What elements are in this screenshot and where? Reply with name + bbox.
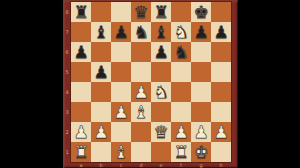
square-d4[interactable]: ♟ xyxy=(131,82,151,102)
square-f6[interactable]: ♞ xyxy=(171,42,191,62)
piece-black-pawn-c7: ♟ xyxy=(111,22,131,42)
square-b8[interactable] xyxy=(91,2,111,22)
square-d7[interactable]: ♞ xyxy=(131,22,151,42)
piece-white-pawn-h2: ♟ xyxy=(211,122,231,142)
square-b2[interactable]: ♟ xyxy=(91,122,111,142)
square-g3[interactable] xyxy=(191,102,211,122)
file-label-g: g xyxy=(191,162,211,168)
square-g7[interactable]: ♟ xyxy=(191,22,211,42)
piece-white-pawn-b2: ♟ xyxy=(91,122,111,142)
board-grid: ♜♛♜♚♝♟♞♝♞♟♟♟♟♞♟♟♞♟♝♟♟♛♟♟♟♜♝♜♚ xyxy=(71,2,231,162)
piece-black-pawn-h7: ♟ xyxy=(211,22,231,42)
square-g2[interactable]: ♟ xyxy=(191,122,211,142)
square-d5[interactable] xyxy=(131,62,151,82)
square-e7[interactable]: ♝ xyxy=(151,22,171,42)
square-c6[interactable] xyxy=(111,42,131,62)
square-a7[interactable] xyxy=(71,22,91,42)
piece-white-knight-f7: ♞ xyxy=(171,22,191,42)
square-e6[interactable]: ♟ xyxy=(151,42,171,62)
square-h7[interactable]: ♟ xyxy=(211,22,231,42)
piece-white-pawn-f2: ♟ xyxy=(171,122,191,142)
file-label-h: h xyxy=(211,162,231,168)
square-e1[interactable] xyxy=(151,142,171,162)
square-c5[interactable] xyxy=(111,62,131,82)
piece-white-pawn-c3: ♟ xyxy=(111,102,131,122)
square-h8[interactable] xyxy=(211,2,231,22)
square-c1[interactable]: ♝ xyxy=(111,142,131,162)
square-g4[interactable] xyxy=(191,82,211,102)
square-a6[interactable]: ♟ xyxy=(71,42,91,62)
file-label-a: a xyxy=(71,162,91,168)
square-g6[interactable] xyxy=(191,42,211,62)
piece-black-knight-f6: ♞ xyxy=(171,42,191,62)
square-f8[interactable] xyxy=(171,2,191,22)
square-b7[interactable]: ♝ xyxy=(91,22,111,42)
square-b6[interactable] xyxy=(91,42,111,62)
square-h3[interactable] xyxy=(211,102,231,122)
square-h6[interactable] xyxy=(211,42,231,62)
square-d6[interactable] xyxy=(131,42,151,62)
piece-white-bishop-c1: ♝ xyxy=(111,142,131,162)
file-label-e: e xyxy=(151,162,171,168)
square-a8[interactable]: ♜ xyxy=(71,2,91,22)
square-g1[interactable]: ♚ xyxy=(191,142,211,162)
piece-black-pawn-b5: ♟ xyxy=(91,62,111,82)
square-e5[interactable] xyxy=(151,62,171,82)
piece-black-rook-a8: ♜ xyxy=(71,2,91,22)
piece-black-pawn-e6: ♟ xyxy=(151,42,171,62)
square-f5[interactable] xyxy=(171,62,191,82)
rank-label-2: 2 xyxy=(63,122,71,142)
piece-black-rook-e8: ♜ xyxy=(151,2,171,22)
piece-white-pawn-g2: ♟ xyxy=(191,122,211,142)
rank-labels: 87654321 xyxy=(63,2,71,162)
file-label-d: d xyxy=(131,162,151,168)
piece-white-bishop-d3: ♝ xyxy=(131,102,151,122)
square-f3[interactable] xyxy=(171,102,191,122)
square-a1[interactable]: ♜ xyxy=(71,142,91,162)
square-h2[interactable]: ♟ xyxy=(211,122,231,142)
square-c2[interactable] xyxy=(111,122,131,142)
piece-black-pawn-a6: ♟ xyxy=(71,42,91,62)
rank-label-5: 5 xyxy=(63,62,71,82)
square-f2[interactable]: ♟ xyxy=(171,122,191,142)
square-a5[interactable] xyxy=(71,62,91,82)
square-a4[interactable] xyxy=(71,82,91,102)
piece-white-king-g1: ♚ xyxy=(191,142,211,162)
piece-white-rook-a1: ♜ xyxy=(71,142,91,162)
square-c4[interactable] xyxy=(111,82,131,102)
square-e8[interactable]: ♜ xyxy=(151,2,171,22)
square-c8[interactable] xyxy=(111,2,131,22)
chess-board-frame: 87654321 abcdefgh ♜♛♜♚♝♟♞♝♞♟♟♟♟♞♟♟♞♟♝♟♟♛… xyxy=(63,0,238,168)
piece-white-knight-e4: ♞ xyxy=(151,82,171,102)
square-h4[interactable] xyxy=(211,82,231,102)
square-b4[interactable] xyxy=(91,82,111,102)
piece-black-pawn-g7: ♟ xyxy=(191,22,211,42)
square-d1[interactable] xyxy=(131,142,151,162)
square-h1[interactable] xyxy=(211,142,231,162)
piece-black-bishop-b7: ♝ xyxy=(91,22,111,42)
square-b5[interactable]: ♟ xyxy=(91,62,111,82)
square-a3[interactable] xyxy=(71,102,91,122)
square-f1[interactable]: ♜ xyxy=(171,142,191,162)
rank-label-4: 4 xyxy=(63,82,71,102)
rank-label-3: 3 xyxy=(63,102,71,122)
rank-label-8: 8 xyxy=(63,2,71,22)
video-frame: 87654321 abcdefgh ♜♛♜♚♝♟♞♝♞♟♟♟♟♞♟♟♞♟♝♟♟♛… xyxy=(0,0,300,168)
file-label-b: b xyxy=(91,162,111,168)
rank-label-1: 1 xyxy=(63,142,71,162)
rank-label-6: 6 xyxy=(63,42,71,62)
square-c3[interactable]: ♟ xyxy=(111,102,131,122)
square-f4[interactable] xyxy=(171,82,191,102)
square-b1[interactable] xyxy=(91,142,111,162)
square-g5[interactable] xyxy=(191,62,211,82)
piece-black-queen-d8: ♛ xyxy=(131,2,151,22)
square-c7[interactable]: ♟ xyxy=(111,22,131,42)
file-label-c: c xyxy=(111,162,131,168)
rank-label-7: 7 xyxy=(63,22,71,42)
square-f7[interactable]: ♞ xyxy=(171,22,191,42)
square-a2[interactable]: ♟ xyxy=(71,122,91,142)
square-g8[interactable]: ♚ xyxy=(191,2,211,22)
piece-white-rook-f1: ♜ xyxy=(171,142,191,162)
file-label-f: f xyxy=(171,162,191,168)
square-e3[interactable] xyxy=(151,102,171,122)
square-d2[interactable] xyxy=(131,122,151,142)
piece-black-bishop-e7: ♝ xyxy=(151,22,171,42)
square-h5[interactable] xyxy=(211,62,231,82)
file-labels: abcdefgh xyxy=(71,162,231,168)
piece-black-knight-d7: ♞ xyxy=(131,22,151,42)
square-b3[interactable] xyxy=(91,102,111,122)
square-e2[interactable]: ♛ xyxy=(151,122,171,142)
piece-black-king-g8: ♚ xyxy=(191,2,211,22)
square-d8[interactable]: ♛ xyxy=(131,2,151,22)
square-e4[interactable]: ♞ xyxy=(151,82,171,102)
piece-white-pawn-d4: ♟ xyxy=(131,82,151,102)
piece-white-pawn-a2: ♟ xyxy=(71,122,91,142)
square-d3[interactable]: ♝ xyxy=(131,102,151,122)
piece-white-queen-e2: ♛ xyxy=(151,122,171,142)
